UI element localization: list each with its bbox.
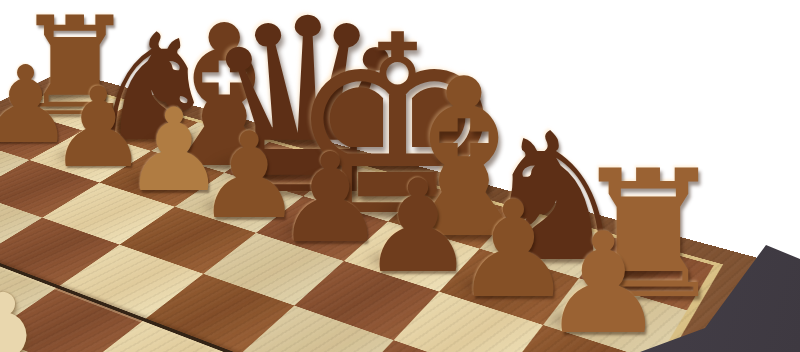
product-photo-stage: Angled product photo of a folding wooden… xyxy=(0,0,800,352)
pieces-layer: ♜♞♝♛♚♝♞♜♟♟♟♟♟♟♟♟♟ xyxy=(0,0,800,352)
piece-black-pawn-h7[interactable]: ♟ xyxy=(541,214,666,352)
piece-white-pawn-d3[interactable]: ♟ xyxy=(0,275,71,352)
